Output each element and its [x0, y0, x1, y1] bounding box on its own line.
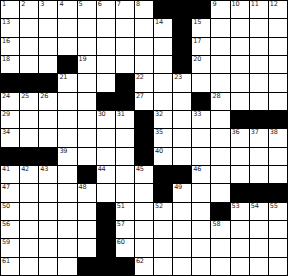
- white-cell[interactable]: 32: [154, 111, 172, 128]
- clue-number: 15: [193, 19, 201, 27]
- clue-number: 28: [212, 93, 220, 101]
- clue-number: 61: [2, 258, 10, 266]
- crossword-grid: 1234567891011121314151617181920212223242…: [0, 0, 288, 276]
- white-cell[interactable]: 19: [78, 56, 96, 73]
- white-cell[interactable]: [154, 221, 172, 238]
- white-cell[interactable]: [116, 38, 134, 55]
- white-cell[interactable]: [135, 38, 153, 55]
- clue-number: 9: [212, 1, 216, 9]
- clue-number: 29: [2, 111, 10, 119]
- white-cell[interactable]: [231, 166, 249, 183]
- clue-number: 60: [117, 239, 125, 247]
- black-cell: [250, 184, 268, 201]
- white-cell[interactable]: [154, 56, 172, 73]
- white-cell[interactable]: 35: [154, 129, 172, 146]
- clue-number: 2: [21, 1, 25, 9]
- white-cell[interactable]: [135, 239, 153, 256]
- black-cell: [173, 1, 191, 18]
- clue-number: 13: [2, 19, 10, 27]
- clue-number: 23: [174, 74, 182, 82]
- clue-number: 59: [2, 239, 10, 247]
- white-cell[interactable]: 29: [1, 111, 19, 128]
- white-cell[interactable]: [192, 74, 210, 91]
- white-cell[interactable]: [192, 239, 210, 256]
- white-cell[interactable]: [231, 239, 249, 256]
- white-cell[interactable]: 31: [116, 111, 134, 128]
- black-cell: [269, 184, 287, 201]
- white-cell[interactable]: [269, 148, 287, 165]
- clue-number: 34: [2, 129, 10, 137]
- white-cell[interactable]: 15: [192, 19, 210, 36]
- white-cell[interactable]: 52: [154, 203, 172, 220]
- black-cell: [20, 148, 38, 165]
- white-cell[interactable]: [173, 93, 191, 110]
- white-cell[interactable]: 5: [78, 1, 96, 18]
- clue-number: 26: [40, 93, 48, 101]
- clue-number: 41: [2, 166, 10, 174]
- clue-number: 30: [98, 111, 106, 119]
- white-cell[interactable]: [250, 258, 268, 275]
- white-cell[interactable]: [78, 221, 96, 238]
- white-cell[interactable]: 47: [1, 184, 19, 201]
- white-cell[interactable]: [135, 203, 153, 220]
- white-cell[interactable]: [58, 38, 76, 55]
- clue-number: 43: [40, 166, 48, 174]
- clue-number: 20: [193, 56, 201, 64]
- clue-number: 46: [193, 166, 201, 174]
- white-cell[interactable]: [97, 56, 115, 73]
- black-cell: [173, 19, 191, 36]
- white-cell[interactable]: 53: [231, 203, 249, 220]
- white-cell[interactable]: 17: [192, 38, 210, 55]
- white-cell[interactable]: [211, 111, 229, 128]
- white-cell[interactable]: 2: [20, 1, 38, 18]
- white-cell[interactable]: [173, 258, 191, 275]
- white-cell[interactable]: [211, 148, 229, 165]
- black-cell: [58, 56, 76, 73]
- clue-number: 38: [270, 129, 278, 137]
- white-cell[interactable]: [97, 19, 115, 36]
- clue-number: 6: [98, 1, 102, 9]
- black-cell: [97, 258, 115, 275]
- white-cell[interactable]: 37: [250, 129, 268, 146]
- white-cell[interactable]: 62: [135, 258, 153, 275]
- white-cell[interactable]: [231, 74, 249, 91]
- black-cell: [97, 93, 115, 110]
- black-cell: [116, 93, 134, 110]
- clue-number: 18: [2, 56, 10, 64]
- white-cell[interactable]: 34: [1, 129, 19, 146]
- white-cell[interactable]: [116, 166, 134, 183]
- white-cell[interactable]: [231, 19, 249, 36]
- clue-number: 58: [212, 221, 220, 229]
- white-cell[interactable]: 43: [39, 166, 57, 183]
- white-cell[interactable]: [231, 148, 249, 165]
- white-cell[interactable]: [269, 221, 287, 238]
- white-cell[interactable]: [173, 239, 191, 256]
- white-cell[interactable]: [58, 258, 76, 275]
- black-cell: [154, 1, 172, 18]
- white-cell[interactable]: [78, 129, 96, 146]
- clue-number: 49: [174, 184, 182, 192]
- white-cell[interactable]: [192, 148, 210, 165]
- white-cell[interactable]: [231, 221, 249, 238]
- black-cell: [135, 148, 153, 165]
- white-cell[interactable]: [78, 38, 96, 55]
- clue-number: 22: [136, 74, 144, 82]
- white-cell[interactable]: [58, 166, 76, 183]
- white-cell[interactable]: [20, 19, 38, 36]
- black-cell: [250, 111, 268, 128]
- clue-number: 10: [232, 1, 240, 9]
- white-cell[interactable]: 3: [39, 1, 57, 18]
- white-cell[interactable]: [20, 129, 38, 146]
- clue-number: 42: [21, 166, 29, 174]
- white-cell[interactable]: [97, 184, 115, 201]
- white-cell[interactable]: 57: [116, 221, 134, 238]
- white-cell[interactable]: [58, 111, 76, 128]
- white-cell[interactable]: [20, 258, 38, 275]
- clue-number: 19: [79, 56, 87, 64]
- white-cell[interactable]: [173, 111, 191, 128]
- clue-number: 14: [155, 19, 163, 27]
- white-cell[interactable]: [39, 239, 57, 256]
- white-cell[interactable]: [154, 93, 172, 110]
- white-cell[interactable]: 60: [116, 239, 134, 256]
- white-cell[interactable]: 48: [78, 184, 96, 201]
- black-cell: [78, 258, 96, 275]
- white-cell[interactable]: 41: [1, 166, 19, 183]
- clue-number: 1: [2, 1, 6, 9]
- white-cell[interactable]: [135, 56, 153, 73]
- white-cell[interactable]: 30: [97, 111, 115, 128]
- white-cell[interactable]: [192, 184, 210, 201]
- white-cell[interactable]: [231, 38, 249, 55]
- white-cell[interactable]: 11: [250, 1, 268, 18]
- white-cell[interactable]: [269, 166, 287, 183]
- white-cell[interactable]: 51: [116, 203, 134, 220]
- white-cell[interactable]: 4: [58, 1, 76, 18]
- white-cell[interactable]: 28: [211, 93, 229, 110]
- clue-number: 24: [2, 93, 10, 101]
- white-cell[interactable]: [116, 129, 134, 146]
- white-cell[interactable]: [116, 19, 134, 36]
- white-cell[interactable]: [269, 239, 287, 256]
- white-cell[interactable]: [250, 74, 268, 91]
- black-cell: [192, 93, 210, 110]
- white-cell[interactable]: [97, 129, 115, 146]
- white-cell[interactable]: [58, 19, 76, 36]
- white-cell[interactable]: [211, 19, 229, 36]
- white-cell[interactable]: [211, 74, 229, 91]
- white-cell[interactable]: 54: [250, 203, 268, 220]
- white-cell[interactable]: 49: [173, 184, 191, 201]
- white-cell[interactable]: 26: [39, 93, 57, 110]
- white-cell[interactable]: 39: [58, 148, 76, 165]
- white-cell[interactable]: [250, 38, 268, 55]
- clue-number: 12: [270, 1, 278, 9]
- white-cell[interactable]: [211, 129, 229, 146]
- white-cell[interactable]: [97, 38, 115, 55]
- white-cell[interactable]: [58, 221, 76, 238]
- white-cell[interactable]: [20, 111, 38, 128]
- clue-number: 47: [2, 184, 10, 192]
- white-cell[interactable]: 38: [269, 129, 287, 146]
- white-cell[interactable]: 55: [269, 203, 287, 220]
- clue-number: 25: [21, 93, 29, 101]
- black-cell: [97, 239, 115, 256]
- white-cell[interactable]: [250, 19, 268, 36]
- white-cell[interactable]: [39, 38, 57, 55]
- white-cell[interactable]: [154, 38, 172, 55]
- white-cell[interactable]: [39, 129, 57, 146]
- white-cell[interactable]: [211, 38, 229, 55]
- white-cell[interactable]: [154, 258, 172, 275]
- white-cell[interactable]: [250, 148, 268, 165]
- white-cell[interactable]: [78, 19, 96, 36]
- clue-number: 32: [155, 111, 163, 119]
- clue-number: 54: [251, 203, 259, 211]
- white-cell[interactable]: 59: [1, 239, 19, 256]
- white-cell[interactable]: 9: [211, 1, 229, 18]
- clue-number: 45: [136, 166, 144, 174]
- white-cell[interactable]: [135, 221, 153, 238]
- white-cell[interactable]: [39, 111, 57, 128]
- white-cell[interactable]: [211, 184, 229, 201]
- clue-number: 35: [155, 129, 163, 137]
- clue-number: 44: [98, 166, 106, 174]
- white-cell[interactable]: [20, 203, 38, 220]
- white-cell[interactable]: [58, 203, 76, 220]
- white-cell[interactable]: [211, 56, 229, 73]
- white-cell[interactable]: [192, 203, 210, 220]
- white-cell[interactable]: 45: [135, 166, 153, 183]
- white-cell[interactable]: 16: [1, 38, 19, 55]
- clue-number: 21: [59, 74, 67, 82]
- black-cell: [154, 184, 172, 201]
- white-cell[interactable]: [211, 258, 229, 275]
- white-cell[interactable]: [250, 239, 268, 256]
- white-cell[interactable]: [39, 184, 57, 201]
- white-cell[interactable]: [116, 56, 134, 73]
- white-cell[interactable]: [173, 203, 191, 220]
- clue-number: 57: [117, 221, 125, 229]
- white-cell[interactable]: [78, 111, 96, 128]
- white-cell[interactable]: 12: [269, 1, 287, 18]
- black-cell: [97, 203, 115, 220]
- clue-number: 31: [117, 111, 125, 119]
- white-cell[interactable]: [97, 148, 115, 165]
- white-cell[interactable]: 36: [231, 129, 249, 146]
- white-cell[interactable]: [135, 19, 153, 36]
- white-cell[interactable]: [135, 184, 153, 201]
- white-cell[interactable]: [116, 148, 134, 165]
- white-cell[interactable]: [78, 74, 96, 91]
- clue-number: 5: [79, 1, 83, 9]
- white-cell[interactable]: 6: [97, 1, 115, 18]
- clue-number: 27: [136, 93, 144, 101]
- white-cell[interactable]: [58, 93, 76, 110]
- clue-number: 7: [117, 1, 121, 9]
- white-cell[interactable]: [269, 93, 287, 110]
- white-cell[interactable]: 44: [97, 166, 115, 183]
- black-cell: [1, 74, 19, 91]
- white-cell[interactable]: [173, 129, 191, 146]
- white-cell[interactable]: [78, 203, 96, 220]
- white-cell[interactable]: [250, 221, 268, 238]
- white-cell[interactable]: [192, 129, 210, 146]
- white-cell[interactable]: [173, 221, 191, 238]
- clue-number: 16: [2, 38, 10, 46]
- white-cell[interactable]: 42: [20, 166, 38, 183]
- white-cell[interactable]: 13: [1, 19, 19, 36]
- black-cell: [211, 203, 229, 220]
- white-cell[interactable]: [269, 258, 287, 275]
- white-cell[interactable]: [269, 19, 287, 36]
- clue-number: 52: [155, 203, 163, 211]
- black-cell: [173, 38, 191, 55]
- clue-number: 50: [2, 203, 10, 211]
- clue-number: 39: [59, 148, 67, 156]
- white-cell[interactable]: 22: [135, 74, 153, 91]
- white-cell[interactable]: [269, 56, 287, 73]
- clue-number: 3: [40, 1, 44, 9]
- white-cell[interactable]: [269, 74, 287, 91]
- clue-number: 40: [155, 148, 163, 156]
- black-cell: [173, 56, 191, 73]
- white-cell[interactable]: [192, 221, 210, 238]
- clue-number: 51: [117, 203, 125, 211]
- white-cell[interactable]: 56: [1, 221, 19, 238]
- black-cell: [1, 148, 19, 165]
- white-cell[interactable]: [231, 93, 249, 110]
- white-cell[interactable]: 27: [135, 93, 153, 110]
- white-cell[interactable]: [211, 239, 229, 256]
- black-cell: [231, 111, 249, 128]
- white-cell[interactable]: 1: [1, 1, 19, 18]
- white-cell[interactable]: [78, 148, 96, 165]
- black-cell: [78, 166, 96, 183]
- white-cell[interactable]: 18: [1, 56, 19, 73]
- white-cell[interactable]: [154, 74, 172, 91]
- white-cell[interactable]: [211, 166, 229, 183]
- clue-number: 8: [136, 1, 140, 9]
- black-cell: [231, 184, 249, 201]
- white-cell[interactable]: [20, 184, 38, 201]
- clue-number: 4: [59, 1, 63, 9]
- black-cell: [116, 74, 134, 91]
- clue-number: 33: [193, 111, 201, 119]
- white-cell[interactable]: [269, 38, 287, 55]
- white-cell[interactable]: [20, 56, 38, 73]
- white-cell[interactable]: [58, 129, 76, 146]
- clue-number: 11: [251, 1, 259, 9]
- white-cell[interactable]: [20, 239, 38, 256]
- white-cell[interactable]: 14: [154, 19, 172, 36]
- black-cell: [173, 166, 191, 183]
- black-cell: [39, 74, 57, 91]
- white-cell[interactable]: 10: [231, 1, 249, 18]
- black-cell: [269, 111, 287, 128]
- clue-number: 56: [2, 221, 10, 229]
- white-cell[interactable]: 58: [211, 221, 229, 238]
- white-cell[interactable]: 23: [173, 74, 191, 91]
- white-cell[interactable]: 8: [135, 1, 153, 18]
- clue-number: 17: [193, 38, 201, 46]
- black-cell: [39, 148, 57, 165]
- white-cell[interactable]: [192, 258, 210, 275]
- black-cell: [135, 129, 153, 146]
- white-cell[interactable]: [97, 74, 115, 91]
- white-cell[interactable]: [39, 258, 57, 275]
- white-cell[interactable]: 61: [1, 258, 19, 275]
- clue-number: 55: [270, 203, 278, 211]
- white-cell[interactable]: [20, 221, 38, 238]
- white-cell[interactable]: [231, 258, 249, 275]
- white-cell[interactable]: [173, 148, 191, 165]
- white-cell[interactable]: [58, 184, 76, 201]
- white-cell[interactable]: [250, 166, 268, 183]
- white-cell[interactable]: 24: [1, 93, 19, 110]
- white-cell[interactable]: [78, 93, 96, 110]
- clue-number: 62: [136, 258, 144, 266]
- black-cell: [97, 221, 115, 238]
- white-cell[interactable]: 7: [116, 1, 134, 18]
- clue-number: 48: [79, 184, 87, 192]
- white-cell[interactable]: 33: [192, 111, 210, 128]
- white-cell[interactable]: [39, 19, 57, 36]
- white-cell[interactable]: 21: [58, 74, 76, 91]
- black-cell: [116, 258, 134, 275]
- white-cell[interactable]: 20: [192, 56, 210, 73]
- white-cell[interactable]: [39, 221, 57, 238]
- white-cell[interactable]: [78, 239, 96, 256]
- clue-number: 53: [232, 203, 240, 211]
- white-cell[interactable]: [116, 184, 134, 201]
- white-cell[interactable]: [250, 56, 268, 73]
- white-cell[interactable]: [58, 239, 76, 256]
- white-cell[interactable]: 25: [20, 93, 38, 110]
- white-cell[interactable]: 50: [1, 203, 19, 220]
- white-cell[interactable]: [20, 38, 38, 55]
- white-cell[interactable]: 40: [154, 148, 172, 165]
- black-cell: [20, 74, 38, 91]
- white-cell[interactable]: [154, 239, 172, 256]
- white-cell[interactable]: [39, 56, 57, 73]
- white-cell[interactable]: 46: [192, 166, 210, 183]
- white-cell[interactable]: [39, 203, 57, 220]
- clue-number: 37: [251, 129, 259, 137]
- black-cell: [135, 111, 153, 128]
- clue-number: 36: [232, 129, 240, 137]
- white-cell[interactable]: [250, 93, 268, 110]
- white-cell[interactable]: [231, 56, 249, 73]
- black-cell: [192, 1, 210, 18]
- black-cell: [154, 166, 172, 183]
